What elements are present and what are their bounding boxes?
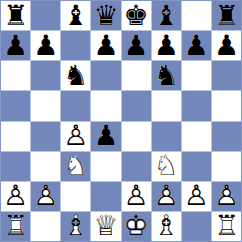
piece-glyph: ♟ [122,31,151,60]
piece-glyph: ♟ [212,31,241,60]
square-a2[interactable]: ♟♙ [1,182,30,211]
square-c1[interactable]: ♝♗ [61,212,90,241]
piece-glyph: ♘ [152,152,181,181]
square-g2[interactable]: ♟♙ [182,182,211,211]
square-g1[interactable] [182,212,211,241]
white-knight[interactable]: ♞♘ [152,152,181,181]
black-rook[interactable]: ♖♜ [212,1,241,30]
piece-glyph: ♝ [61,1,90,30]
black-pawn[interactable]: ♙♟ [152,31,181,60]
square-c7[interactable] [61,31,90,60]
white-king[interactable]: ♚♔ [122,212,151,241]
piece-glyph: ♙ [1,182,30,211]
square-e3[interactable] [122,152,151,181]
square-f6[interactable]: ♘♞ [152,61,181,90]
white-bishop[interactable]: ♝♗ [152,212,181,241]
white-pawn[interactable]: ♟♙ [212,182,241,211]
white-rook[interactable]: ♜♖ [1,212,30,241]
square-a6[interactable] [1,61,30,90]
black-knight[interactable]: ♘♞ [61,61,90,90]
piece-glyph: ♙ [182,182,211,211]
square-f7[interactable]: ♙♟ [152,31,181,60]
black-pawn[interactable]: ♙♟ [91,31,120,60]
square-f5[interactable] [152,91,181,120]
square-h7[interactable]: ♙♟ [212,31,241,60]
white-bishop[interactable]: ♝♗ [61,212,90,241]
white-rook[interactable]: ♜♖ [212,212,241,241]
square-h2[interactable]: ♟♙ [212,182,241,211]
square-b5[interactable] [31,91,60,120]
piece-glyph: ♙ [122,182,151,211]
piece-glyph: ♟ [152,31,181,60]
square-f4[interactable] [152,122,181,151]
square-b8[interactable] [31,1,60,30]
black-pawn[interactable]: ♙♟ [182,31,211,60]
black-bishop[interactable]: ♗♝ [152,1,181,30]
square-c6[interactable]: ♘♞ [61,61,90,90]
white-pawn[interactable]: ♟♙ [122,182,151,211]
square-c5[interactable] [61,91,90,120]
square-g4[interactable] [182,122,211,151]
piece-glyph: ♖ [212,212,241,241]
square-h5[interactable] [212,91,241,120]
square-e7[interactable]: ♙♟ [122,31,151,60]
square-b6[interactable] [31,61,60,90]
black-pawn[interactable]: ♙♟ [122,31,151,60]
white-knight[interactable]: ♞♘ [61,152,90,181]
piece-glyph: ♗ [152,212,181,241]
square-h4[interactable] [212,122,241,151]
piece-glyph: ♟ [31,31,60,60]
piece-glyph: ♙ [212,182,241,211]
piece-glyph: ♟ [1,31,30,60]
black-pawn[interactable]: ♙♟ [31,31,60,60]
square-h3[interactable] [212,152,241,181]
black-pawn[interactable]: ♙♟ [212,31,241,60]
white-queen[interactable]: ♛♕ [91,212,120,241]
black-king[interactable]: ♔♚ [122,1,151,30]
square-f3[interactable]: ♞♘ [152,152,181,181]
black-pawn[interactable]: ♙♟ [1,31,30,60]
black-pawn[interactable]: ♙♟ [91,122,120,151]
white-pawn[interactable]: ♟♙ [31,182,60,211]
square-g6[interactable] [182,61,211,90]
piece-glyph: ♜ [212,1,241,30]
piece-glyph: ♟ [91,31,120,60]
square-d2[interactable] [91,182,120,211]
chess-board: ♖♜♗♝♕♛♔♚♗♝♖♜♙♟♙♟♙♟♙♟♙♟♙♟♙♟♘♞♘♞♟♙♙♟♞♘♞♘♟♙… [0,0,242,242]
black-queen[interactable]: ♕♛ [91,1,120,30]
piece-glyph: ♞ [152,61,181,90]
square-d1[interactable]: ♛♕ [91,212,120,241]
square-b2[interactable]: ♟♙ [31,182,60,211]
square-a7[interactable]: ♙♟ [1,31,30,60]
black-rook[interactable]: ♖♜ [1,1,30,30]
square-e5[interactable] [122,91,151,120]
square-e6[interactable] [122,61,151,90]
square-a1[interactable]: ♜♖ [1,212,30,241]
square-g8[interactable] [182,1,211,30]
black-bishop[interactable]: ♗♝ [61,1,90,30]
black-knight[interactable]: ♘♞ [152,61,181,90]
square-c8[interactable]: ♗♝ [61,1,90,30]
square-f2[interactable]: ♟♙ [152,182,181,211]
piece-glyph: ♟ [91,122,120,151]
square-a8[interactable]: ♖♜ [1,1,30,30]
square-f1[interactable]: ♝♗ [152,212,181,241]
square-g7[interactable]: ♙♟ [182,31,211,60]
piece-glyph: ♔ [122,212,151,241]
white-pawn[interactable]: ♟♙ [61,122,90,151]
piece-glyph: ♙ [61,122,90,151]
square-b1[interactable] [31,212,60,241]
piece-glyph: ♙ [152,182,181,211]
square-a5[interactable] [1,91,30,120]
square-d4[interactable]: ♙♟ [91,122,120,151]
piece-glyph: ♕ [91,212,120,241]
square-g3[interactable] [182,152,211,181]
piece-glyph: ♘ [61,152,90,181]
piece-glyph: ♙ [31,182,60,211]
square-a4[interactable] [1,122,30,151]
square-h6[interactable] [212,61,241,90]
piece-glyph: ♛ [91,1,120,30]
square-a3[interactable] [1,152,30,181]
square-c3[interactable]: ♞♘ [61,152,90,181]
square-d8[interactable]: ♕♛ [91,1,120,30]
square-d5[interactable] [91,91,120,120]
square-b7[interactable]: ♙♟ [31,31,60,60]
square-b3[interactable] [31,152,60,181]
piece-glyph: ♗ [61,212,90,241]
square-e8[interactable]: ♔♚ [122,1,151,30]
piece-glyph: ♝ [152,1,181,30]
square-e1[interactable]: ♚♔ [122,212,151,241]
square-d3[interactable] [91,152,120,181]
square-d7[interactable]: ♙♟ [91,31,120,60]
square-h8[interactable]: ♖♜ [212,1,241,30]
square-f8[interactable]: ♗♝ [152,1,181,30]
piece-glyph: ♞ [61,61,90,90]
square-c2[interactable] [61,182,90,211]
square-e4[interactable] [122,122,151,151]
square-e2[interactable]: ♟♙ [122,182,151,211]
square-b4[interactable] [31,122,60,151]
square-h1[interactable]: ♜♖ [212,212,241,241]
square-g5[interactable] [182,91,211,120]
white-pawn[interactable]: ♟♙ [152,182,181,211]
white-pawn[interactable]: ♟♙ [1,182,30,211]
piece-glyph: ♟ [182,31,211,60]
square-c4[interactable]: ♟♙ [61,122,90,151]
white-pawn[interactable]: ♟♙ [182,182,211,211]
piece-glyph: ♖ [1,212,30,241]
square-d6[interactable] [91,61,120,90]
piece-glyph: ♜ [1,1,30,30]
piece-glyph: ♚ [122,1,151,30]
